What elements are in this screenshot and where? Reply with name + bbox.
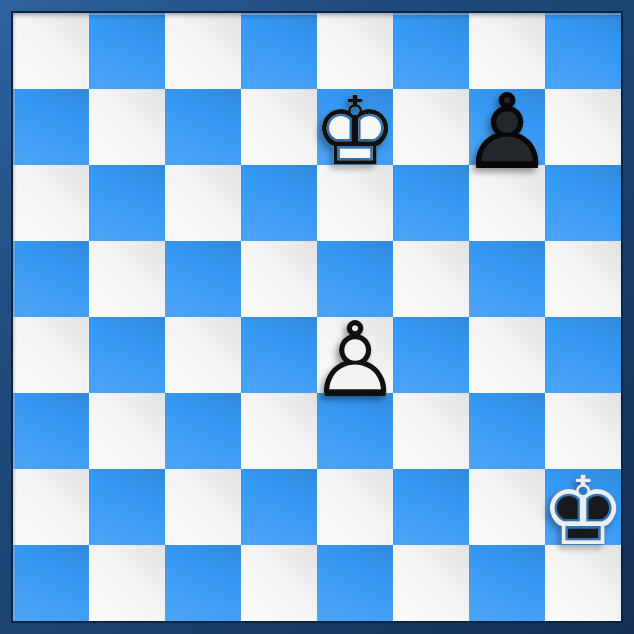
square-c2[interactable] — [165, 469, 241, 545]
square-g3[interactable] — [469, 393, 545, 469]
square-g2[interactable] — [469, 469, 545, 545]
square-g4[interactable] — [469, 317, 545, 393]
square-d5[interactable] — [241, 241, 317, 317]
square-a4[interactable] — [13, 317, 89, 393]
square-a5[interactable] — [13, 241, 89, 317]
square-h5[interactable] — [545, 241, 621, 317]
square-f2[interactable] — [393, 469, 469, 545]
square-d1[interactable] — [241, 545, 317, 621]
square-f7[interactable] — [393, 89, 469, 165]
square-f5[interactable] — [393, 241, 469, 317]
black-pawn-outline: ♙ — [460, 80, 553, 184]
square-a7[interactable] — [13, 89, 89, 165]
square-c3[interactable] — [165, 393, 241, 469]
square-g1[interactable] — [469, 545, 545, 621]
square-b6[interactable] — [89, 165, 165, 241]
square-e2[interactable] — [317, 469, 393, 545]
square-d7[interactable] — [241, 89, 317, 165]
square-d8[interactable] — [241, 13, 317, 89]
black-king[interactable]: ♚♔ — [545, 469, 621, 545]
square-f3[interactable] — [393, 393, 469, 469]
black-pawn[interactable]: ♟♙ — [469, 89, 545, 165]
square-b5[interactable] — [89, 241, 165, 317]
white-pawn-outline: ♙ — [308, 308, 401, 412]
square-h6[interactable] — [545, 165, 621, 241]
square-e4[interactable]: ♟♙ — [317, 317, 393, 393]
square-c8[interactable] — [165, 13, 241, 89]
square-c6[interactable] — [165, 165, 241, 241]
square-f8[interactable] — [393, 13, 469, 89]
square-c7[interactable] — [165, 89, 241, 165]
square-a1[interactable] — [13, 545, 89, 621]
board-frame: ♚♔♟♙♟♙♚♔ — [0, 0, 634, 634]
square-h4[interactable] — [545, 317, 621, 393]
square-a3[interactable] — [13, 393, 89, 469]
square-f1[interactable] — [393, 545, 469, 621]
square-d6[interactable] — [241, 165, 317, 241]
square-a6[interactable] — [13, 165, 89, 241]
square-a2[interactable] — [13, 469, 89, 545]
square-d2[interactable] — [241, 469, 317, 545]
white-pawn[interactable]: ♟♙ — [317, 317, 393, 393]
square-b1[interactable] — [89, 545, 165, 621]
square-b3[interactable] — [89, 393, 165, 469]
square-c1[interactable] — [165, 545, 241, 621]
square-b7[interactable] — [89, 89, 165, 165]
square-g7[interactable]: ♟♙ — [469, 89, 545, 165]
black-king-outline: ♔ — [540, 464, 625, 559]
square-e1[interactable] — [317, 545, 393, 621]
square-b2[interactable] — [89, 469, 165, 545]
white-king-outline: ♔ — [312, 84, 397, 179]
square-d3[interactable] — [241, 393, 317, 469]
square-b8[interactable] — [89, 13, 165, 89]
square-h8[interactable] — [545, 13, 621, 89]
square-a8[interactable] — [13, 13, 89, 89]
square-h7[interactable] — [545, 89, 621, 165]
chess-board: ♚♔♟♙♟♙♚♔ — [13, 13, 621, 621]
square-c5[interactable] — [165, 241, 241, 317]
square-e7[interactable]: ♚♔ — [317, 89, 393, 165]
white-king[interactable]: ♚♔ — [317, 89, 393, 165]
square-h2[interactable]: ♚♔ — [545, 469, 621, 545]
square-c4[interactable] — [165, 317, 241, 393]
square-b4[interactable] — [89, 317, 165, 393]
square-g5[interactable] — [469, 241, 545, 317]
square-d4[interactable] — [241, 317, 317, 393]
square-f6[interactable] — [393, 165, 469, 241]
square-f4[interactable] — [393, 317, 469, 393]
